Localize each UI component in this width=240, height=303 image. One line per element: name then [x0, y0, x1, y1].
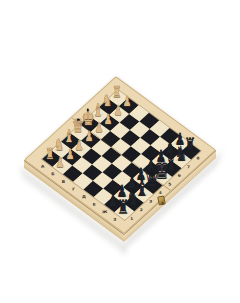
chess-piece-white-pawn: ♟ [123, 94, 132, 108]
chess-set-product-photo: АБВГДЕЖЗ 12345678 ♜♞♝♛♚♝♞♜♟♟♟♟♟♟♟♟♟♟♟♟♟♟… [0, 0, 240, 303]
chess-piece-white-knight: ♞ [54, 137, 64, 153]
chess-piece-white-pawn: ♟ [75, 138, 84, 152]
coordinate-label: В [59, 175, 68, 187]
chess-piece-white-bishop: ♝ [63, 127, 74, 145]
chess-piece-white-pawn: ♟ [94, 120, 103, 134]
coordinate-label: Г [69, 183, 78, 195]
chess-piece-white-pawn: ♟ [114, 103, 123, 117]
coordinate-label: Д [80, 190, 89, 202]
chess-piece-white-rook: ♜ [112, 85, 121, 100]
coordinate-label: Е [90, 198, 99, 210]
chess-piece-white-rook: ♜ [45, 147, 54, 162]
chess-piece-white-pawn: ♟ [56, 155, 65, 169]
chess-piece-white-pawn: ♟ [65, 147, 74, 161]
chess-piece-white-pawn: ♟ [85, 129, 94, 143]
chess-piece-white-pawn: ♟ [104, 112, 113, 126]
chess-piece-white-knight: ♞ [102, 93, 112, 109]
chess-piece-black-rook: ♜ [117, 197, 129, 217]
